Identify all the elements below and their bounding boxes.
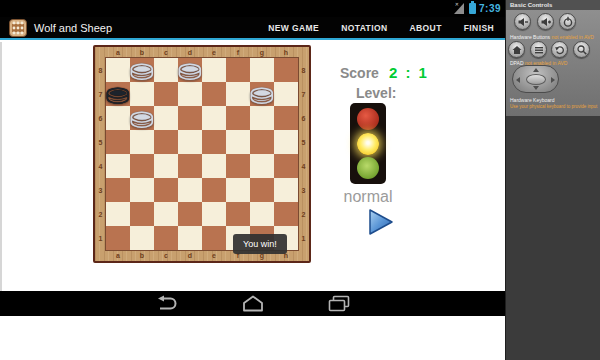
status-bar: ✕ 7:39: [0, 0, 505, 17]
power-button[interactable]: [559, 13, 576, 30]
coord-label-e: e: [202, 47, 226, 58]
traffic-red-lamp: [357, 108, 379, 130]
square-b6[interactable]: ⛂: [130, 106, 154, 130]
square-b2[interactable]: [130, 202, 154, 226]
dpad-center-button[interactable]: [526, 74, 546, 85]
dpad-control[interactable]: [512, 65, 559, 93]
traffic-light-level-indicator[interactable]: [350, 103, 386, 184]
emulator-control-panel: Basic Controls Hardware Buttons not enab…: [505, 0, 600, 360]
square-d4[interactable]: [178, 154, 202, 178]
square-d5[interactable]: [178, 130, 202, 154]
coord-label-d: d: [178, 250, 202, 261]
hardware-keyboard-label: Hardware Keyboard: [510, 97, 554, 103]
square-h2[interactable]: [274, 202, 298, 226]
basic-controls-header: Basic Controls: [506, 0, 600, 10]
navigation-bar: [0, 291, 505, 316]
square-a5[interactable]: [106, 130, 130, 154]
hw-menu-button[interactable]: [530, 41, 547, 58]
coord-label-3: 3: [298, 178, 309, 202]
emulator-controls-section: Hardware Buttons not enabled in AVD DPAD…: [506, 10, 600, 116]
square-c1[interactable]: [154, 226, 178, 250]
coord-label-1: 1: [95, 226, 106, 250]
square-h6[interactable]: [274, 106, 298, 130]
coord-label-e: e: [202, 250, 226, 261]
dpad-right-icon[interactable]: [551, 77, 555, 83]
square-b8[interactable]: ⛂: [130, 58, 154, 82]
device-screen: ✕ 7:39 Wolf and Sheep NEW GAME NOTATION …: [0, 0, 505, 360]
dpad-left-icon[interactable]: [516, 77, 520, 83]
square-c8[interactable]: [154, 58, 178, 82]
menu-about[interactable]: ABOUT: [399, 17, 453, 38]
square-c2[interactable]: [154, 202, 178, 226]
square-b1[interactable]: [130, 226, 154, 250]
square-e6[interactable]: [202, 106, 226, 130]
square-a4[interactable]: [106, 154, 130, 178]
menu-notation[interactable]: NOTATION: [330, 17, 398, 38]
app-icon: [9, 19, 27, 37]
square-e3[interactable]: [202, 178, 226, 202]
square-f8[interactable]: [226, 58, 250, 82]
coord-label-7: 7: [298, 82, 309, 106]
square-f2[interactable]: [226, 202, 250, 226]
hw-home-button[interactable]: [508, 41, 525, 58]
menu-finish[interactable]: FINISH: [453, 17, 505, 38]
white-sheep-piece-g7[interactable]: ⛂: [249, 82, 274, 106]
coord-label-4: 4: [95, 154, 106, 178]
dpad-down-icon[interactable]: [533, 86, 539, 90]
hw-search-button[interactable]: [573, 41, 590, 58]
white-sheep-piece-d8[interactable]: ⛂: [177, 58, 202, 82]
coord-label-3: 3: [95, 178, 106, 202]
coord-label-1: 1: [298, 226, 309, 250]
hardware-keyboard-note: Use your physical keyboard to provide in…: [510, 104, 598, 110]
square-c6[interactable]: [154, 106, 178, 130]
square-c7[interactable]: [154, 82, 178, 106]
square-e2[interactable]: [202, 202, 226, 226]
square-b3[interactable]: [130, 178, 154, 202]
square-c4[interactable]: [154, 154, 178, 178]
dpad-up-icon[interactable]: [533, 68, 539, 72]
square-e4[interactable]: [202, 154, 226, 178]
coord-label-a: a: [106, 47, 130, 58]
coord-label-2: 2: [95, 202, 106, 226]
coord-label-b: b: [130, 250, 154, 261]
volume-down-button[interactable]: [514, 13, 531, 30]
square-e5[interactable]: [202, 130, 226, 154]
volume-up-button[interactable]: [537, 13, 554, 30]
square-g3[interactable]: [250, 178, 274, 202]
level-label: Level:: [356, 85, 396, 101]
square-g5[interactable]: [250, 130, 274, 154]
coord-label-2: 2: [298, 202, 309, 226]
coord-label-5: 5: [298, 130, 309, 154]
square-f6[interactable]: [226, 106, 250, 130]
coord-label-c: c: [154, 47, 178, 58]
square-g2[interactable]: [250, 202, 274, 226]
square-c3[interactable]: [154, 178, 178, 202]
level-value: normal: [334, 188, 402, 206]
square-e7[interactable]: [202, 82, 226, 106]
board-grid[interactable]: ⛂⛂⛂⛂⛂: [106, 58, 298, 250]
square-c5[interactable]: [154, 130, 178, 154]
square-h8[interactable]: [274, 58, 298, 82]
home-icon[interactable]: [241, 295, 265, 312]
black-wolf-piece-a7[interactable]: ⛂: [105, 82, 130, 106]
coord-label-h: h: [274, 47, 298, 58]
square-d1[interactable]: [178, 226, 202, 250]
square-h4[interactable]: [274, 154, 298, 178]
hardware-buttons-label: Hardware Buttons not enabled in AVD: [510, 34, 594, 40]
square-f7[interactable]: [226, 82, 250, 106]
score-line: Score2 : 1: [340, 64, 429, 81]
coord-label-8: 8: [298, 58, 309, 82]
square-e1[interactable]: [202, 226, 226, 250]
square-h7[interactable]: [274, 82, 298, 106]
battery-icon: [469, 3, 476, 14]
square-d8[interactable]: ⛂: [178, 58, 202, 82]
square-h5[interactable]: [274, 130, 298, 154]
checkers-board: abcdefgh 87654321 ⛂⛂⛂⛂⛂ 87654321 abcdefg…: [93, 45, 311, 263]
square-a1[interactable]: [106, 226, 130, 250]
square-d6[interactable]: [178, 106, 202, 130]
action-bar: Wolf and Sheep NEW GAME NOTATION ABOUT F…: [0, 17, 505, 40]
play-button[interactable]: [367, 207, 395, 237]
square-f4[interactable]: [226, 154, 250, 178]
traffic-green-lamp: [357, 157, 379, 179]
emulator-window: ✕ 7:39 Wolf and Sheep NEW GAME NOTATION …: [0, 0, 600, 360]
rank-labels-right: 87654321: [298, 58, 309, 250]
app-content: abcdefgh 87654321 ⛂⛂⛂⛂⛂ 87654321 abcdefg…: [0, 42, 505, 291]
coord-label-5: 5: [95, 130, 106, 154]
coord-label-a: a: [106, 250, 130, 261]
back-icon[interactable]: [156, 295, 180, 312]
square-g7[interactable]: ⛂: [250, 82, 274, 106]
recents-icon[interactable]: [327, 295, 351, 312]
square-f5[interactable]: [226, 130, 250, 154]
white-sheep-piece-b8[interactable]: ⛂: [129, 58, 154, 82]
coord-label-f: f: [226, 47, 250, 58]
menu-new-game[interactable]: NEW GAME: [257, 17, 330, 38]
score-value: 2 : 1: [389, 64, 429, 81]
square-g4[interactable]: [250, 154, 274, 178]
square-a3[interactable]: [106, 178, 130, 202]
status-clock: 7:39: [479, 3, 501, 14]
white-sheep-piece-b6[interactable]: ⛂: [129, 106, 154, 130]
square-a7[interactable]: ⛂: [106, 82, 130, 106]
square-d2[interactable]: [178, 202, 202, 226]
you-win-toast: You win!: [233, 234, 287, 254]
coord-label-c: c: [154, 250, 178, 261]
coord-label-g: g: [250, 47, 274, 58]
app-title: Wolf and Sheep: [34, 22, 257, 34]
hw-back-button[interactable]: [551, 41, 568, 58]
coord-label-4: 4: [298, 154, 309, 178]
action-menu: NEW GAME NOTATION ABOUT FINISH: [257, 17, 505, 38]
square-b4[interactable]: [130, 154, 154, 178]
score-label: Score: [340, 65, 379, 81]
square-h3[interactable]: [274, 178, 298, 202]
traffic-yellow-lamp-lit: [357, 133, 379, 155]
signal-icon: [454, 3, 464, 14]
coord-label-6: 6: [298, 106, 309, 130]
square-e8[interactable]: [202, 58, 226, 82]
square-a2[interactable]: [106, 202, 130, 226]
square-f3[interactable]: [226, 178, 250, 202]
square-d3[interactable]: [178, 178, 202, 202]
